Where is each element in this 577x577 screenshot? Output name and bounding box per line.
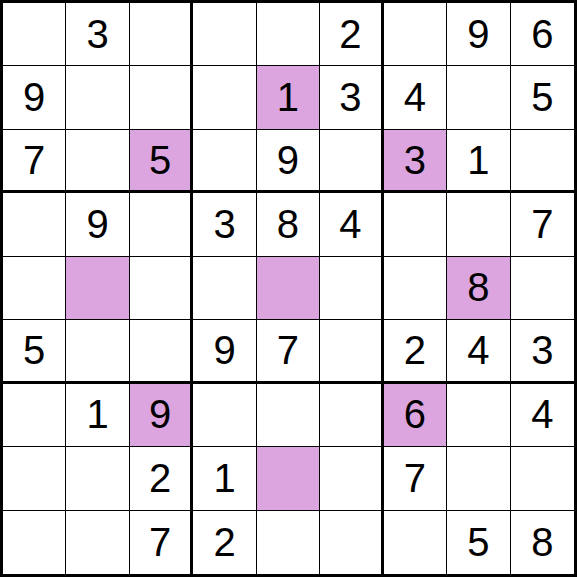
cell-r2c7[interactable]: 4 (384, 66, 447, 129)
cell-r9c5[interactable] (257, 511, 320, 574)
cell-r9c7[interactable] (384, 511, 447, 574)
cell-r2c4[interactable] (193, 66, 256, 129)
cell-r9c2[interactable] (66, 511, 129, 574)
cell-r4c5[interactable]: 8 (257, 193, 320, 256)
cell-r2c9[interactable]: 5 (511, 66, 574, 129)
cell-r9c1[interactable] (3, 511, 66, 574)
cell-r9c3[interactable]: 7 (130, 511, 193, 574)
cell-r7c7[interactable]: 6 (384, 384, 447, 447)
cell-r5c1[interactable] (3, 257, 66, 320)
cell-r7c5[interactable] (257, 384, 320, 447)
cell-r9c6[interactable] (320, 511, 383, 574)
cell-r9c4[interactable]: 2 (193, 511, 256, 574)
cell-r6c7[interactable]: 2 (384, 320, 447, 383)
cell-r8c8[interactable] (447, 447, 510, 510)
cell-r4c8[interactable] (447, 193, 510, 256)
cell-r5c8[interactable]: 8 (447, 257, 510, 320)
cell-r5c4[interactable] (193, 257, 256, 320)
cell-r4c4[interactable]: 3 (193, 193, 256, 256)
cell-r7c4[interactable] (193, 384, 256, 447)
cell-r4c9[interactable]: 7 (511, 193, 574, 256)
cell-r8c3[interactable]: 2 (130, 447, 193, 510)
cell-r6c2[interactable] (66, 320, 129, 383)
cell-r4c2[interactable]: 9 (66, 193, 129, 256)
cell-r8c4[interactable]: 1 (193, 447, 256, 510)
cell-r9c8[interactable]: 5 (447, 511, 510, 574)
cell-r3c3[interactable]: 5 (130, 130, 193, 193)
cell-r6c8[interactable]: 4 (447, 320, 510, 383)
cell-r5c9[interactable] (511, 257, 574, 320)
cell-r1c6[interactable]: 2 (320, 3, 383, 66)
cell-r3c6[interactable] (320, 130, 383, 193)
cell-r5c5[interactable] (257, 257, 320, 320)
cell-r7c2[interactable]: 1 (66, 384, 129, 447)
cell-r2c3[interactable] (130, 66, 193, 129)
cell-r6c3[interactable] (130, 320, 193, 383)
cell-r1c8[interactable]: 9 (447, 3, 510, 66)
cell-r9c9[interactable]: 8 (511, 511, 574, 574)
cell-r1c7[interactable] (384, 3, 447, 66)
cell-r2c8[interactable] (447, 66, 510, 129)
cell-r6c1[interactable]: 5 (3, 320, 66, 383)
cell-r2c5[interactable]: 1 (257, 66, 320, 129)
cell-r6c6[interactable] (320, 320, 383, 383)
cell-r1c4[interactable] (193, 3, 256, 66)
cell-r4c1[interactable] (3, 193, 66, 256)
cell-r5c6[interactable] (320, 257, 383, 320)
cell-r8c2[interactable] (66, 447, 129, 510)
cell-r3c2[interactable] (66, 130, 129, 193)
cell-r8c9[interactable] (511, 447, 574, 510)
cell-r3c9[interactable] (511, 130, 574, 193)
cell-r1c9[interactable]: 6 (511, 3, 574, 66)
cell-r5c2[interactable] (66, 257, 129, 320)
cell-r4c3[interactable] (130, 193, 193, 256)
cell-r7c3[interactable]: 9 (130, 384, 193, 447)
cell-r1c5[interactable] (257, 3, 320, 66)
cell-r4c7[interactable] (384, 193, 447, 256)
cell-r8c6[interactable] (320, 447, 383, 510)
cell-r8c5[interactable] (257, 447, 320, 510)
cell-r3c5[interactable]: 9 (257, 130, 320, 193)
cell-r1c1[interactable] (3, 3, 66, 66)
cell-r6c5[interactable]: 7 (257, 320, 320, 383)
cell-r2c2[interactable] (66, 66, 129, 129)
cell-r7c9[interactable]: 4 (511, 384, 574, 447)
cell-r1c2[interactable]: 3 (66, 3, 129, 66)
cell-r7c6[interactable] (320, 384, 383, 447)
cell-r3c7[interactable]: 3 (384, 130, 447, 193)
cell-r6c9[interactable]: 3 (511, 320, 574, 383)
cell-r3c8[interactable]: 1 (447, 130, 510, 193)
cell-r2c6[interactable]: 3 (320, 66, 383, 129)
cell-r4c6[interactable]: 4 (320, 193, 383, 256)
cell-r6c4[interactable]: 9 (193, 320, 256, 383)
sudoku-board: 3296913457593193847859724319642177258 (0, 0, 577, 577)
cell-r8c1[interactable] (3, 447, 66, 510)
cell-r3c4[interactable] (193, 130, 256, 193)
cell-r5c7[interactable] (384, 257, 447, 320)
cell-r3c1[interactable]: 7 (3, 130, 66, 193)
cell-r2c1[interactable]: 9 (3, 66, 66, 129)
cell-r8c7[interactable]: 7 (384, 447, 447, 510)
cell-r7c8[interactable] (447, 384, 510, 447)
cell-r5c3[interactable] (130, 257, 193, 320)
cell-r1c3[interactable] (130, 3, 193, 66)
cell-r7c1[interactable] (3, 384, 66, 447)
